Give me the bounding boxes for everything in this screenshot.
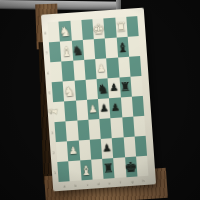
piece-white-king-e8[interactable]: ♚ <box>92 18 105 39</box>
file-label: c <box>84 182 90 186</box>
piece-black-bishop-g7[interactable]: ♝ <box>116 37 129 58</box>
piece-black-pawn-e2[interactable]: ♟ <box>101 138 114 159</box>
pieces-layer: ♞♚♜♝♞♝♟♞♞♟♜♟♟♟♟♟♝♜♚ <box>47 16 148 182</box>
shelf-edge <box>0 0 119 11</box>
rank-label: 4 <box>49 107 53 118</box>
file-label: d <box>95 182 101 186</box>
piece-black-king-g1[interactable]: ♚ <box>125 157 138 178</box>
piece-black-rook-g5[interactable]: ♜ <box>119 77 132 98</box>
rank-label: 5 <box>47 87 51 98</box>
rank-label: 6 <box>46 67 50 78</box>
photo-stage: ♞♚♜♝♞♝♟♞♞♟♜♟♟♟♟♟♝♜♚ ♝ abcdefgh 87654321 <box>0 0 200 200</box>
piece-white-rook-g8[interactable]: ♜ <box>115 17 128 38</box>
rank-label: 1 <box>53 167 57 178</box>
file-label: f <box>117 180 123 184</box>
file-label: a <box>61 184 67 188</box>
piece-white-knight-b5[interactable]: ♞ <box>63 81 76 102</box>
file-label: e <box>106 181 112 185</box>
rank-label: 7 <box>45 47 49 58</box>
rank-label: 3 <box>50 127 54 138</box>
piece-white-pawn-b2[interactable]: ♟ <box>67 141 80 162</box>
piece-white-pawn-e6[interactable]: ♟ <box>95 58 108 79</box>
piece-black-pawn-f4[interactable]: ♟ <box>109 97 122 118</box>
piece-black-rook-e1[interactable]: ♜ <box>102 158 115 179</box>
file-label: h <box>140 178 146 182</box>
piece-white-knight-b8[interactable]: ♞ <box>59 21 72 42</box>
chess-board: ♞♚♜♝♞♝♟♞♞♟♜♟♟♟♟♟♝♜♚ ♝ abcdefgh 87654321 <box>41 8 156 192</box>
rank-label: 8 <box>43 27 47 38</box>
rank-label: 2 <box>52 147 56 158</box>
file-label: b <box>73 183 79 187</box>
piece-white-bishop-c1[interactable]: ♝ <box>80 160 93 181</box>
piece-black-knight-c7[interactable]: ♞ <box>71 40 84 61</box>
file-label: g <box>129 179 135 183</box>
